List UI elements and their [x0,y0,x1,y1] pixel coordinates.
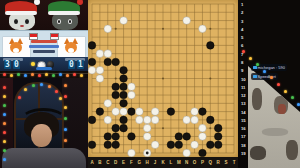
col-label: O [193,160,197,165]
go-stone-black [175,141,183,149]
right-player-card [57,36,86,59]
string-light-icon [52,74,55,77]
row-label: 19 [241,151,246,156]
row-label: 15 [241,117,246,122]
col-label: H [146,160,149,165]
go-stone-white [128,149,136,157]
string-light-icon [3,149,6,152]
row-label: 11 [241,84,245,89]
col-label: K [161,160,164,165]
string-light-icon [3,122,6,125]
row-label: 8 [241,59,243,64]
go-stone-black [120,66,128,74]
go-stone-black [120,83,128,91]
go-stone-white [183,149,191,157]
score-panel: 3 0 0 1 [0,57,88,71]
string-light-icon [32,84,35,87]
go-stone-white [96,75,104,83]
col-label: M [177,160,181,165]
string-light-icon [249,57,252,60]
col-label: R [217,160,220,165]
santa-avatar-right-icon [46,2,84,30]
match-rules-text-line2 [29,45,59,48]
string-light-icon [80,74,83,77]
string-light-icon [18,96,21,99]
go-stone-black [167,141,175,149]
go-stone-white [104,116,112,124]
winter-painting [248,0,300,168]
go-stone-black [88,42,96,50]
go-stone-black [214,124,222,132]
row-label: 16 [241,126,246,131]
webcam-feed [0,78,88,168]
string-light-icon [45,73,48,76]
go-stone-white [191,108,199,116]
string-light-icon [40,83,43,86]
last-move-marker [146,152,149,155]
string-light-icon [64,84,67,87]
row-label: 7 [241,51,243,56]
string-light-icon [31,73,34,76]
viewer-badge-icon [253,66,257,70]
row-label: 4 [241,26,243,31]
go-stone-black [207,141,215,149]
go-stone-white [191,141,199,149]
match-rules-text-line3 [33,50,55,53]
go-stone-white [183,17,191,25]
string-light-icon [263,70,266,73]
string-light-icon [3,86,6,89]
go-stone-black [120,100,128,108]
go-stone-white [183,116,191,124]
right-flag-icon [50,33,59,40]
col-label: P [201,160,204,165]
string-light-icon [291,96,294,99]
go-stone-black [104,141,112,149]
coordinate-labels-rows: 12345678910111213141516171819 [238,0,248,168]
string-light-icon [64,139,67,142]
go-stone-black [207,42,215,50]
fox-avatar-right-icon [64,40,78,55]
col-label: G [138,160,142,165]
go-stone-white [151,116,159,124]
col-label: N [185,160,188,165]
row-label: 2 [241,10,243,15]
go-stone-white [199,25,207,33]
hoshi-point [209,28,211,30]
go-stone-black [120,124,128,132]
go-stone-black [88,116,96,124]
go-stone-white [143,124,151,132]
viewer-label-text: michegan : 590 [258,65,285,70]
go-stone-white [120,17,128,25]
green-santa-hat-icon [48,1,80,13]
viewer-label-2: Speedbert [251,73,278,80]
right-score-digit-1: 0 [68,60,75,69]
match-info-panel [0,30,88,58]
go-stone-black [104,133,112,141]
col-label: A [90,160,93,165]
left-player-card [2,36,31,59]
string-light-icon [64,128,67,131]
viewer-label-text: Speedbert [258,74,276,79]
string-light-icon [24,88,27,91]
go-stone-black [199,108,207,116]
string-light-icon [3,113,6,116]
hoshi-point [162,127,164,129]
go-stone-white [88,66,96,74]
go-stone-black [112,133,120,141]
string-light-icon [3,140,6,143]
go-stone-black [128,133,136,141]
string-light-icon [64,106,67,109]
col-label: D [114,160,117,165]
go-stone-white [136,116,144,124]
string-light-icon [55,90,58,93]
string-light-icon [66,74,69,77]
go-stone-black [104,58,112,66]
turn-indicator-dot [31,62,35,66]
go-stone-black [112,124,120,132]
coordinate-labels-columns: ABCDEFGHJKLMNOPQRST [88,157,238,168]
go-stone-white [104,25,112,33]
string-light-icon [3,131,6,134]
garland-lights-strip [0,71,88,78]
hoshi-point [115,78,117,80]
go-stone-black [112,91,120,99]
go-stone-white [199,133,207,141]
go-stone-black [88,141,96,149]
go-board[interactable] [88,0,238,157]
col-label: F [130,160,133,165]
match-rules-text-line1 [31,40,57,43]
row-label: 3 [241,18,243,23]
string-light-icon [48,85,51,88]
left-score-digit-1: 3 [4,60,11,69]
go-stone-white [96,50,104,58]
string-light-icon [284,90,287,93]
move-status-pill [36,67,52,70]
go-stone-black [112,141,120,149]
go-stone-white [128,91,136,99]
row-label: 9 [241,68,243,73]
go-stone-white [104,50,112,58]
col-label: C [106,160,109,165]
string-light-icon [270,76,273,79]
go-stone-black [120,116,128,124]
streamer-face [31,124,52,147]
row-label: 1 [241,2,243,7]
col-label: L [170,160,173,165]
go-stone-black [183,133,191,141]
viewer-badge-icon [253,75,257,79]
hoshi-point [162,28,164,30]
go-stone-black [214,133,222,141]
go-stone-black [88,58,96,66]
string-light-icon [17,73,20,76]
col-label: B [98,160,101,165]
col-label: J [154,160,157,165]
fox-avatar-left-icon [9,40,23,55]
hoshi-point [209,127,211,129]
go-stone-black [112,58,120,66]
string-light-icon [3,104,6,107]
string-light-icon [3,158,6,161]
row-label: 5 [241,35,243,40]
string-light-icon [256,63,259,66]
go-stone-white [151,108,159,116]
hoshi-point [162,78,164,80]
string-light-icon [64,95,67,98]
string-light-icon [3,73,6,76]
streamer-shoulders [2,148,86,168]
string-light-icon [59,73,62,76]
string-light-icon [277,83,280,86]
string-light-icon [3,95,6,98]
string-light-icon [73,73,76,76]
go-stone-white [199,124,207,132]
go-stone-white [128,83,136,91]
go-stone-black [112,83,120,91]
left-score-digit-2: 0 [13,60,20,69]
row-label: 10 [241,76,246,81]
go-stone-white [112,108,120,116]
string-light-icon [38,74,41,77]
row-label: 14 [241,109,246,114]
col-label: Q [209,160,213,165]
go-stone-white [136,108,144,116]
go-stone-black [120,91,128,99]
stream-overlay: 3 0 0 1 ABCDEFGHJKLMNOPQRST [0,0,300,168]
right-score-digit-2: 1 [77,60,84,69]
hoshi-point [115,28,117,30]
go-stone-white [120,108,128,116]
left-flag-icon [29,33,38,40]
go-stone-black [207,116,215,124]
row-label: 13 [241,101,246,106]
go-stone-white [96,66,104,74]
col-label: E [122,160,125,165]
go-stone-black [96,108,104,116]
row-label: 6 [241,43,243,48]
go-stone-black [120,75,128,83]
string-light-icon [10,74,13,77]
go-stone-black [214,141,222,149]
row-label: 18 [241,142,246,147]
go-stone-black [128,108,136,116]
go-stone-black [167,108,175,116]
col-label: T [233,160,236,165]
santa-hat-icon [5,1,37,13]
string-light-icon [64,117,67,120]
go-stone-white [143,133,151,141]
go-stone-white [151,141,159,149]
go-stone-black [175,133,183,141]
go-stone-white [191,116,199,124]
hoshi-point [209,78,211,80]
string-light-icon [297,103,300,106]
go-stone-white [143,116,151,124]
col-label: S [225,160,228,165]
string-light-icon [59,97,62,100]
santa-avatar-left-icon [3,2,41,30]
streamer-avatars-panel [0,0,88,30]
go-stone-black [199,149,207,157]
go-stone-white [104,100,112,108]
row-label: 17 [241,134,246,139]
string-light-icon [24,74,27,77]
row-label: 12 [241,93,246,98]
